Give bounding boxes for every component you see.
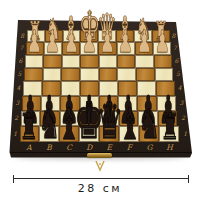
square-h6 xyxy=(154,55,172,68)
square-d2 xyxy=(79,111,99,127)
square-b3 xyxy=(41,96,60,111)
dimension-tick-left xyxy=(13,175,14,184)
square-e6 xyxy=(99,55,117,68)
square-e1 xyxy=(99,126,119,142)
square-c1 xyxy=(59,126,79,142)
board-row xyxy=(24,68,173,82)
square-e4 xyxy=(99,81,118,96)
square-c2 xyxy=(60,111,80,127)
square-e5 xyxy=(99,68,118,82)
square-f8 xyxy=(116,30,134,42)
board-row xyxy=(27,30,170,42)
square-h2 xyxy=(158,111,178,127)
square-g2 xyxy=(138,111,158,127)
square-g8 xyxy=(134,30,152,42)
square-f4 xyxy=(118,81,137,96)
square-e8 xyxy=(98,30,116,42)
square-b2 xyxy=(40,111,60,127)
square-e2 xyxy=(99,111,119,127)
board-row xyxy=(22,96,176,111)
square-h8 xyxy=(152,30,170,42)
square-f2 xyxy=(119,111,139,127)
dimension-label: 28 см xyxy=(0,182,200,195)
square-a8 xyxy=(27,30,45,42)
square-c3 xyxy=(60,96,79,111)
product-photo: 8877665544332211AABBCCDDEEFFGGHH ♜♞♝♚♛♝♞… xyxy=(0,0,200,200)
square-b6 xyxy=(43,55,61,68)
board-row xyxy=(25,55,172,68)
dimension-tick-right xyxy=(188,175,189,184)
square-d6 xyxy=(80,55,98,68)
square-b5 xyxy=(43,68,62,82)
square-a4 xyxy=(23,81,42,96)
board-row xyxy=(20,126,179,142)
square-h3 xyxy=(157,96,176,111)
square-d4 xyxy=(80,81,99,96)
square-c7 xyxy=(62,42,80,55)
square-h4 xyxy=(156,81,175,96)
square-c8 xyxy=(63,30,81,42)
clasp-pendant-icon xyxy=(94,157,106,176)
square-d1 xyxy=(79,126,99,142)
square-g7 xyxy=(135,42,153,55)
square-a3 xyxy=(22,96,41,111)
square-e7 xyxy=(98,42,116,55)
square-g6 xyxy=(135,55,153,68)
dimension-line xyxy=(13,178,189,179)
square-b8 xyxy=(45,30,63,42)
square-h7 xyxy=(153,42,171,55)
square-a6 xyxy=(25,55,43,68)
square-g1 xyxy=(139,126,159,142)
square-d5 xyxy=(80,68,99,82)
square-a7 xyxy=(26,42,44,55)
square-b4 xyxy=(42,81,61,96)
square-f1 xyxy=(119,126,139,142)
square-g4 xyxy=(137,81,156,96)
square-b7 xyxy=(44,42,62,55)
board-row xyxy=(26,42,171,55)
square-d7 xyxy=(80,42,98,55)
square-a5 xyxy=(24,68,43,82)
square-f3 xyxy=(118,96,137,111)
square-c4 xyxy=(61,81,80,96)
square-f5 xyxy=(117,68,136,82)
square-f7 xyxy=(117,42,135,55)
square-a1 xyxy=(20,126,40,142)
square-g3 xyxy=(137,96,156,111)
square-b1 xyxy=(39,126,59,142)
square-e3 xyxy=(99,96,118,111)
board-row xyxy=(23,81,175,96)
square-a2 xyxy=(21,111,41,127)
square-f6 xyxy=(117,55,135,68)
square-c5 xyxy=(61,68,80,82)
square-c6 xyxy=(62,55,80,68)
square-g5 xyxy=(136,68,155,82)
square-h5 xyxy=(155,68,174,82)
square-d8 xyxy=(80,30,98,42)
square-d3 xyxy=(80,96,99,111)
board-row xyxy=(21,111,178,127)
square-h1 xyxy=(159,126,179,142)
